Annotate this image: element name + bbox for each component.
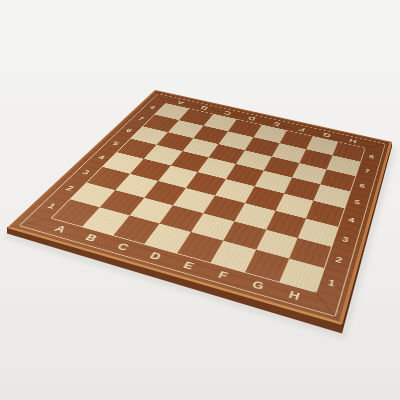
border-mitre-seam [314,291,340,322]
rank-label-left-1: 1 [46,202,58,210]
border-mitre-seam [11,218,53,228]
file-label-far-a: A [175,100,186,106]
file-label-near-h: H [287,288,301,302]
rank-label-right-7: 7 [364,168,371,174]
border-mitre-seam [363,143,389,149]
file-label-near-d: D [148,249,164,261]
chessboard: AA11BB22CC33DD44EE55FF66GG77HH88 [7,90,392,325]
rank-label-left-3: 3 [81,169,92,176]
file-label-far-h: H [348,137,357,144]
file-label-far-d: D [247,115,257,122]
rank-label-right-2: 2 [334,255,343,264]
rank-label-left-2: 2 [64,185,75,192]
rank-label-left-7: 7 [137,116,146,121]
file-label-near-b: B [83,232,100,244]
file-label-far-c: C [222,110,233,116]
file-label-far-e: E [272,121,282,128]
rank-label-right-8: 8 [368,154,375,160]
file-label-near-a: A [52,223,69,234]
rank-label-right-6: 6 [359,182,366,189]
rank-label-right-1: 1 [327,278,336,288]
file-label-near-f: F [216,268,230,281]
rank-label-right-5: 5 [353,199,360,206]
rank-label-right-4: 4 [348,216,356,224]
file-label-far-f: F [297,126,306,133]
rank-label-left-6: 6 [124,128,133,133]
rank-label-left-5: 5 [111,140,120,146]
file-label-far-g: G [322,132,332,139]
file-label-near-g: G [251,278,267,292]
playing-field [52,104,365,292]
rank-label-left-8: 8 [149,105,157,110]
rank-label-left-4: 4 [97,154,107,160]
rank-label-right-3: 3 [341,235,349,244]
border-mitre-seam [156,91,167,104]
product-photo-stage: AA11BB22CC33DD44EE55FF66GG77HH88 [0,0,400,400]
file-label-near-c: C [115,240,131,252]
file-label-near-e: E [182,259,197,272]
file-label-far-b: B [199,105,210,111]
